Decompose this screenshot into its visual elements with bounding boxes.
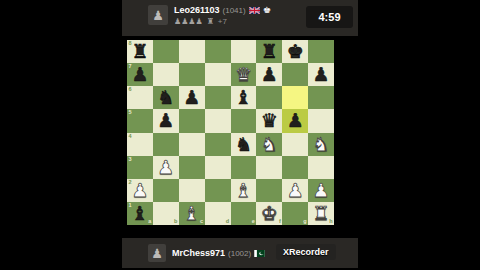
piece-white-knight[interactable]: ♞ [261,135,278,154]
square-e1[interactable]: e [231,202,257,225]
square-a1[interactable]: 1a♝ [127,202,153,225]
piece-black-rook[interactable]: ♜ [261,42,278,61]
top-player-avatar[interactable]: ♟ [148,5,168,25]
piece-white-pawn[interactable]: ♟ [313,181,330,200]
avatar-pawn-icon: ♟ [152,9,164,22]
piece-black-pawn[interactable]: ♟ [261,65,278,84]
square-e3[interactable] [231,156,257,179]
file-label-e: e [252,219,255,225]
piece-black-pawn[interactable]: ♟ [183,88,200,107]
square-f1[interactable]: f♚ [256,202,282,225]
piece-white-rook[interactable]: ♜ [313,204,330,223]
square-c4[interactable] [179,133,205,156]
square-g8[interactable]: ♚ [282,40,308,63]
top-player-clock: 4:59 [306,6,353,28]
piece-black-rook[interactable]: ♜ [131,42,148,61]
top-player-rating: (1041) [223,6,246,15]
square-b2[interactable] [153,179,179,202]
square-g1[interactable]: g [282,202,308,225]
square-a6[interactable]: 6 [127,86,153,109]
square-d8[interactable] [205,40,231,63]
square-b1[interactable]: b [153,202,179,225]
square-f8[interactable]: ♜ [256,40,282,63]
piece-white-bishop[interactable]: ♝ [183,204,200,223]
rank-label-3: 3 [129,157,132,163]
square-d3[interactable] [205,156,231,179]
square-g3[interactable] [282,156,308,179]
square-a5[interactable]: 5 [127,109,153,132]
captured-pawns: ♟♟♟♟ [174,18,203,26]
rank-label-7: 7 [129,64,132,70]
square-f5[interactable]: ♛ [256,109,282,132]
piece-white-knight[interactable]: ♞ [313,135,330,154]
square-c1[interactable]: c♝ [179,202,205,225]
square-f6[interactable] [256,86,282,109]
piece-black-bishop[interactable]: ♝ [235,88,252,107]
square-g5[interactable]: ♟ [282,109,308,132]
square-c6[interactable]: ♟ [179,86,205,109]
file-label-c: c [200,219,203,225]
square-c8[interactable] [179,40,205,63]
bottom-player-name[interactable]: MrChess971 [172,248,225,258]
chess-board: 8♜♜♚7♟♛♟♟6♞♟♝5♟♛♟4♞♞♞3♟2♟♝♟♟1a♝bc♝def♚gh… [127,40,334,225]
square-c5[interactable] [179,109,205,132]
square-e8[interactable] [231,40,257,63]
piece-black-queen[interactable]: ♛ [261,111,278,130]
piece-black-knight[interactable]: ♞ [157,88,174,107]
square-f3[interactable] [256,156,282,179]
uk-flag-icon [249,7,260,14]
rank-label-1: 1 [129,203,132,209]
square-a3[interactable]: 3 [127,156,153,179]
piece-black-bishop[interactable]: ♝ [131,204,148,223]
file-label-f: f [279,219,281,225]
top-captured-pieces: ♟♟♟♟ ♜ +7 [174,18,271,26]
rank-label-6: 6 [129,87,132,93]
square-a8[interactable]: 8♜ [127,40,153,63]
square-e7[interactable]: ♛ [231,63,257,86]
file-label-g: g [303,219,306,225]
square-d4[interactable] [205,133,231,156]
piece-black-pawn[interactable]: ♟ [287,111,304,130]
square-h5[interactable] [308,109,334,132]
piece-black-king[interactable]: ♚ [287,42,304,61]
square-h2[interactable]: ♟ [308,179,334,202]
square-h8[interactable] [308,40,334,63]
square-d5[interactable] [205,109,231,132]
square-d7[interactable] [205,63,231,86]
square-g7[interactable] [282,63,308,86]
square-g2[interactable]: ♟ [282,179,308,202]
file-label-h: h [329,219,332,225]
piece-black-pawn[interactable]: ♟ [313,65,330,84]
square-g4[interactable] [282,133,308,156]
top-player-name[interactable]: Leo261103 [174,5,220,15]
square-b8[interactable] [153,40,179,63]
square-d6[interactable] [205,86,231,109]
square-c7[interactable] [179,63,205,86]
rank-label-8: 8 [129,41,132,47]
bottom-player-avatar[interactable]: ♟ [148,244,166,262]
square-f2[interactable] [256,179,282,202]
square-e2[interactable]: ♝ [231,179,257,202]
square-g6[interactable] [282,86,308,109]
rank-label-4: 4 [129,134,132,140]
piece-white-bishop[interactable]: ♝ [235,181,252,200]
piece-white-pawn[interactable]: ♟ [287,181,304,200]
piece-white-queen[interactable]: ♛ [235,65,252,84]
square-h4[interactable]: ♞ [308,133,334,156]
rank-label-2: 2 [129,180,132,186]
app-window: ♟ Leo261103 (1041) ♚ ♟♟♟♟ [122,0,358,270]
file-label-d: d [226,219,229,225]
material-advantage: +7 [218,18,227,26]
square-e4[interactable]: ♞ [231,133,257,156]
square-c2[interactable] [179,179,205,202]
square-b3[interactable]: ♟ [153,156,179,179]
piece-white-pawn[interactable]: ♟ [157,158,174,177]
square-b6[interactable]: ♞ [153,86,179,109]
square-d2[interactable] [205,179,231,202]
bottom-player-rating: (1002) [228,249,251,258]
square-b5[interactable]: ♟ [153,109,179,132]
square-b7[interactable] [153,63,179,86]
square-f7[interactable]: ♟ [256,63,282,86]
square-b4[interactable] [153,133,179,156]
captured-rook: ♜ [207,18,214,26]
piece-white-king[interactable]: ♚ [261,204,278,223]
square-f4[interactable]: ♞ [256,133,282,156]
top-player-bar: ♟ Leo261103 (1041) ♚ ♟♟♟♟ [122,0,358,36]
square-a4[interactable]: 4 [127,133,153,156]
square-h1[interactable]: h♜ [308,202,334,225]
square-a2[interactable]: 2♟ [127,179,153,202]
crown-icon: ♚ [263,6,271,15]
screen-recorder-watermark: XRecorder [276,244,336,260]
square-e6[interactable]: ♝ [231,86,257,109]
square-a7[interactable]: 7♟ [127,63,153,86]
pakistan-flag-icon [254,250,265,257]
piece-white-pawn[interactable]: ♟ [131,181,148,200]
avatar-pawn-icon: ♟ [151,247,163,260]
rank-label-5: 5 [129,110,132,116]
square-e5[interactable] [231,109,257,132]
piece-black-knight[interactable]: ♞ [235,135,252,154]
square-d1[interactable]: d [205,202,231,225]
piece-black-pawn[interactable]: ♟ [131,65,148,84]
file-label-b: b [174,219,177,225]
file-label-a: a [148,219,151,225]
square-h6[interactable] [308,86,334,109]
square-c3[interactable] [179,156,205,179]
piece-black-pawn[interactable]: ♟ [157,111,174,130]
square-h3[interactable] [308,156,334,179]
square-h7[interactable]: ♟ [308,63,334,86]
